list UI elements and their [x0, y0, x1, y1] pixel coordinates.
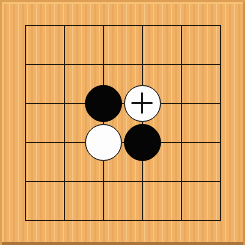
white-stone [85, 124, 122, 161]
intersection-c3-r2[interactable] [84, 45, 123, 84]
intersection-c6-r2[interactable] [201, 45, 240, 84]
intersection-c5-r2[interactable] [162, 45, 201, 84]
intersection-c1-r4[interactable] [6, 123, 45, 162]
intersection-c3-r3[interactable] [84, 84, 123, 123]
intersection-c3-r1[interactable] [84, 6, 123, 45]
intersection-c2-r3[interactable] [45, 84, 84, 123]
intersection-c4-r3[interactable] [123, 84, 162, 123]
intersection-c6-r6[interactable] [201, 201, 240, 240]
intersection-c2-r6[interactable] [45, 201, 84, 240]
intersection-c5-r5[interactable] [162, 162, 201, 201]
intersection-c1-r3[interactable] [6, 84, 45, 123]
white-stone-cross-marked [124, 85, 161, 122]
black-stone [124, 124, 161, 161]
intersection-c6-r3[interactable] [201, 84, 240, 123]
intersection-c2-r1[interactable] [45, 6, 84, 45]
intersection-c1-r2[interactable] [6, 45, 45, 84]
board-grid [6, 6, 240, 240]
intersection-c2-r5[interactable] [45, 162, 84, 201]
intersection-c4-r6[interactable] [123, 201, 162, 240]
intersection-c5-r4[interactable] [162, 123, 201, 162]
intersection-c3-r6[interactable] [84, 201, 123, 240]
intersection-c2-r4[interactable] [45, 123, 84, 162]
intersection-c6-r1[interactable] [201, 6, 240, 45]
black-stone [85, 85, 122, 122]
intersection-c1-r1[interactable] [6, 6, 45, 45]
intersection-c4-r2[interactable] [123, 45, 162, 84]
intersection-c3-r5[interactable] [84, 162, 123, 201]
intersection-c1-r6[interactable] [6, 201, 45, 240]
intersection-c6-r4[interactable] [201, 123, 240, 162]
intersection-c5-r3[interactable] [162, 84, 201, 123]
go-board [0, 0, 245, 245]
intersection-c2-r2[interactable] [45, 45, 84, 84]
intersection-c6-r5[interactable] [201, 162, 240, 201]
intersection-c4-r1[interactable] [123, 6, 162, 45]
intersection-c1-r5[interactable] [6, 162, 45, 201]
intersection-c5-r6[interactable] [162, 201, 201, 240]
intersection-c4-r4[interactable] [123, 123, 162, 162]
intersection-c4-r5[interactable] [123, 162, 162, 201]
intersection-c5-r1[interactable] [162, 6, 201, 45]
intersection-c3-r4[interactable] [84, 123, 123, 162]
